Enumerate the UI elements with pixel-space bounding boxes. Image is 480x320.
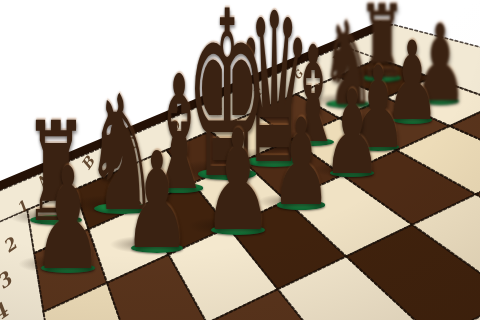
chess-set-photo-scene: 1234ABCDEFGH ♜♟♞♟♝♟♛♟♚♝♟♞♜♟♟♟ [0,0,480,320]
pawn-glyph: ♟ [203,112,273,251]
pawn-glyph: ♟ [124,135,191,268]
pawn-glyph: ♟ [271,103,331,223]
pawn-glyph: ♟ [323,75,381,191]
pawn-glyph: ♟ [33,149,104,290]
